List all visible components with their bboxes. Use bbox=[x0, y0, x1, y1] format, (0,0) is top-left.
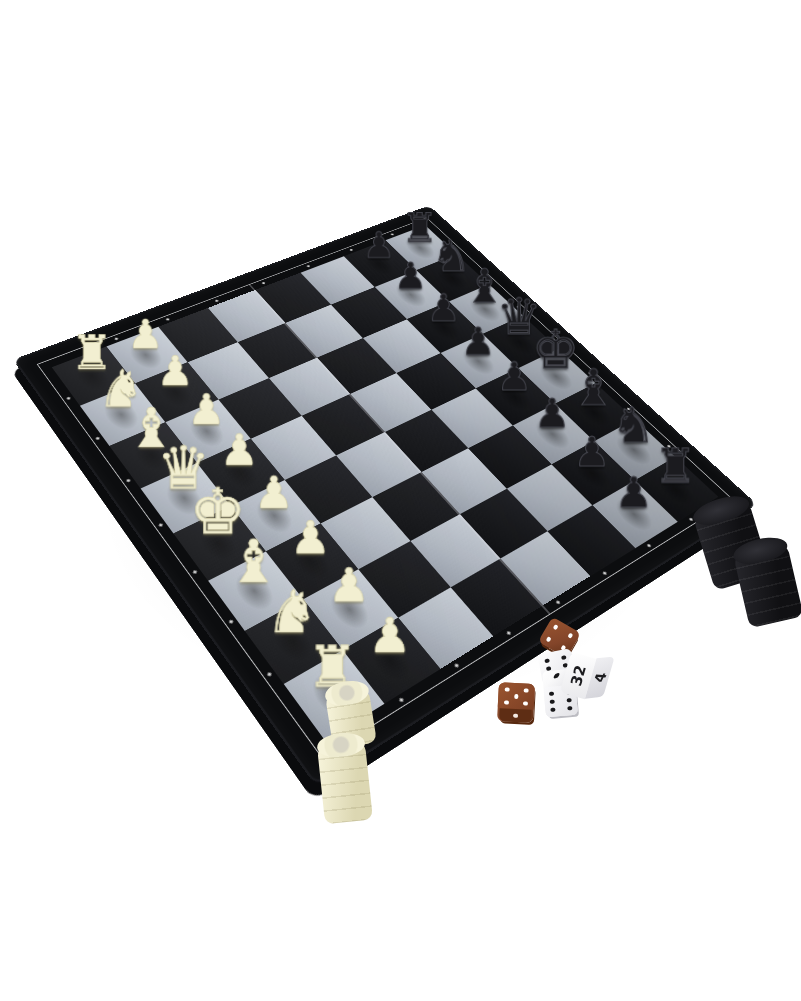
brown-die bbox=[497, 682, 535, 723]
white-pawn[interactable]: ♟ bbox=[208, 429, 271, 472]
black-pawn[interactable]: ♟ bbox=[603, 472, 665, 514]
black-checkers-stack bbox=[733, 544, 801, 628]
die-top-face bbox=[498, 682, 535, 711]
product-photo-scene: ♜♞♝♛♚♝♞♜♟♟♟♟♟♟♟♟♟♟♟♟♟♟♟♟♜♞♝♛♚♝♞♜ bbox=[0, 0, 801, 1001]
white-checkers-stack bbox=[317, 742, 373, 825]
die-front-face bbox=[499, 708, 532, 723]
doubling-cube-value: 32 bbox=[567, 663, 590, 688]
doubling-cube-value: 4 bbox=[590, 672, 611, 682]
white-pawn[interactable]: ♟ bbox=[242, 471, 307, 515]
black-pawn[interactable]: ♟ bbox=[562, 432, 622, 473]
black-pawn[interactable]: ♟ bbox=[523, 394, 582, 434]
